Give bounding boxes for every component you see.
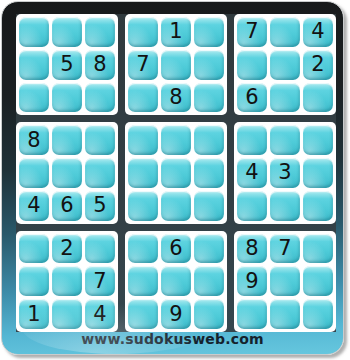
sudoku-cell[interactable]: 6 bbox=[237, 83, 267, 113]
sudoku-cell[interactable] bbox=[270, 50, 300, 80]
sudoku-cell[interactable] bbox=[237, 191, 267, 221]
sudoku-cell[interactable] bbox=[161, 50, 191, 80]
sudoku-cell[interactable] bbox=[194, 234, 224, 264]
sudoku-cell[interactable] bbox=[303, 266, 333, 296]
sudoku-cell[interactable]: 1 bbox=[161, 17, 191, 47]
sudoku-cell[interactable]: 1 bbox=[19, 299, 49, 329]
sudoku-cell[interactable] bbox=[85, 17, 115, 47]
sudoku-cell[interactable] bbox=[85, 234, 115, 264]
box-bottom-middle: 6 9 bbox=[125, 231, 227, 332]
sudoku-cell[interactable] bbox=[52, 299, 82, 329]
sudoku-cell[interactable] bbox=[270, 299, 300, 329]
sudoku-cell[interactable]: 8 bbox=[237, 234, 267, 264]
sudoku-cell[interactable] bbox=[19, 17, 49, 47]
sudoku-grid: 5 8 1 7 8 7 4 2 6 bbox=[16, 14, 336, 332]
sudoku-cell[interactable] bbox=[128, 125, 158, 155]
sudoku-cell[interactable] bbox=[237, 299, 267, 329]
sudoku-cell[interactable]: 2 bbox=[52, 234, 82, 264]
box-middle-right: 4 3 bbox=[234, 122, 336, 223]
sudoku-cell[interactable]: 7 bbox=[237, 17, 267, 47]
sudoku-cell[interactable]: 4 bbox=[85, 299, 115, 329]
sudoku-cell[interactable] bbox=[85, 125, 115, 155]
sudoku-cell[interactable]: 2 bbox=[303, 50, 333, 80]
sudoku-cell[interactable] bbox=[161, 158, 191, 188]
sudoku-cell[interactable] bbox=[303, 234, 333, 264]
box-top-left: 5 8 bbox=[16, 14, 118, 115]
sudoku-cell[interactable]: 9 bbox=[237, 266, 267, 296]
sudoku-cell[interactable] bbox=[128, 83, 158, 113]
sudoku-cell[interactable] bbox=[52, 266, 82, 296]
sudoku-cell[interactable] bbox=[19, 266, 49, 296]
sudoku-cell[interactable]: 4 bbox=[303, 17, 333, 47]
sudoku-cell[interactable] bbox=[128, 266, 158, 296]
sudoku-cell[interactable] bbox=[194, 191, 224, 221]
sudoku-cell[interactable] bbox=[52, 83, 82, 113]
sudoku-cell[interactable]: 9 bbox=[161, 299, 191, 329]
sudoku-cell[interactable] bbox=[52, 158, 82, 188]
sudoku-cell[interactable] bbox=[128, 191, 158, 221]
box-top-right: 7 4 2 6 bbox=[234, 14, 336, 115]
sudoku-cell[interactable] bbox=[85, 83, 115, 113]
sudoku-cell[interactable]: 4 bbox=[19, 191, 49, 221]
sudoku-cell[interactable] bbox=[270, 266, 300, 296]
sudoku-cell[interactable] bbox=[128, 17, 158, 47]
sudoku-cell[interactable] bbox=[270, 191, 300, 221]
sudoku-cell[interactable] bbox=[303, 191, 333, 221]
box-middle-left: 8 4 6 5 bbox=[16, 122, 118, 223]
site-url-label: www.sudokusweb.com bbox=[2, 331, 343, 347]
box-bottom-left: 2 7 1 4 bbox=[16, 231, 118, 332]
sudoku-cell[interactable] bbox=[194, 17, 224, 47]
sudoku-cell[interactable]: 6 bbox=[161, 234, 191, 264]
sudoku-cell[interactable] bbox=[128, 299, 158, 329]
sudoku-cell[interactable] bbox=[303, 125, 333, 155]
sudoku-cell[interactable] bbox=[270, 17, 300, 47]
sudoku-cell[interactable] bbox=[194, 299, 224, 329]
box-top-middle: 1 7 8 bbox=[125, 14, 227, 115]
sudoku-cell[interactable] bbox=[19, 158, 49, 188]
sudoku-cell[interactable] bbox=[194, 158, 224, 188]
sudoku-cell[interactable] bbox=[128, 234, 158, 264]
box-center bbox=[125, 122, 227, 223]
sudoku-board: 5 8 1 7 8 7 4 2 6 bbox=[1, 1, 344, 355]
sudoku-cell[interactable] bbox=[19, 83, 49, 113]
sudoku-cell[interactable] bbox=[303, 299, 333, 329]
sudoku-cell[interactable] bbox=[52, 125, 82, 155]
sudoku-cell[interactable] bbox=[128, 158, 158, 188]
sudoku-cell[interactable]: 4 bbox=[237, 158, 267, 188]
sudoku-cell[interactable]: 8 bbox=[85, 50, 115, 80]
sudoku-cell[interactable] bbox=[19, 50, 49, 80]
sudoku-cell[interactable] bbox=[161, 266, 191, 296]
sudoku-cell[interactable] bbox=[52, 17, 82, 47]
sudoku-cell[interactable] bbox=[194, 83, 224, 113]
sudoku-cell[interactable] bbox=[237, 50, 267, 80]
sudoku-cell[interactable] bbox=[237, 125, 267, 155]
sudoku-cell[interactable] bbox=[85, 158, 115, 188]
sudoku-cell[interactable]: 7 bbox=[85, 266, 115, 296]
sudoku-cell[interactable] bbox=[194, 50, 224, 80]
sudoku-cell[interactable]: 7 bbox=[128, 50, 158, 80]
sudoku-cell[interactable]: 6 bbox=[52, 191, 82, 221]
sudoku-cell[interactable] bbox=[303, 83, 333, 113]
sudoku-cell[interactable]: 7 bbox=[270, 234, 300, 264]
box-bottom-right: 8 7 9 bbox=[234, 231, 336, 332]
sudoku-cell[interactable]: 3 bbox=[270, 158, 300, 188]
sudoku-cell[interactable]: 5 bbox=[85, 191, 115, 221]
sudoku-cell[interactable]: 8 bbox=[161, 83, 191, 113]
sudoku-cell[interactable] bbox=[270, 83, 300, 113]
sudoku-cell[interactable] bbox=[161, 191, 191, 221]
sudoku-cell[interactable] bbox=[303, 158, 333, 188]
sudoku-cell[interactable] bbox=[194, 125, 224, 155]
sudoku-cell[interactable] bbox=[270, 125, 300, 155]
sudoku-cell[interactable]: 8 bbox=[19, 125, 49, 155]
sudoku-cell[interactable] bbox=[19, 234, 49, 264]
sudoku-cell[interactable] bbox=[194, 266, 224, 296]
sudoku-cell[interactable] bbox=[161, 125, 191, 155]
sudoku-cell[interactable]: 5 bbox=[52, 50, 82, 80]
